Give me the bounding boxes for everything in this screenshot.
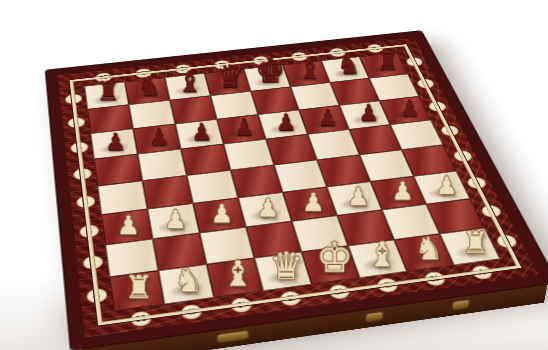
piece-cream-king-d8[interactable]: ♚ xyxy=(316,238,353,277)
piece-red-pawn-f3[interactable]: ♟ xyxy=(191,121,212,143)
coord-medallion: 1 xyxy=(64,93,82,104)
piece-red-pawn-g3[interactable]: ♟ xyxy=(148,126,169,148)
coord-medallion: 3 xyxy=(426,100,447,111)
coord-medallion: 7 xyxy=(479,204,503,218)
piece-cream-pawn-e6[interactable]: ♟ xyxy=(257,196,280,220)
square-g4[interactable] xyxy=(138,149,187,181)
piece-red-pawn-e3[interactable]: ♟ xyxy=(233,116,254,138)
square-g1[interactable]: ♞ xyxy=(125,77,170,104)
piece-cream-rook-h8[interactable]: ♜ xyxy=(124,273,153,303)
piece-red-rook-h1[interactable]: ♜ xyxy=(96,79,120,104)
square-g3[interactable]: ♟ xyxy=(133,123,181,153)
coord-medallion: 4 xyxy=(72,167,92,180)
rank-label-left-7: 7 xyxy=(76,244,110,280)
rank-label-left-2: 2 xyxy=(62,109,91,136)
coord-medallion: D xyxy=(327,283,351,300)
coord-medallion: 5 xyxy=(451,149,474,162)
brass-hinge xyxy=(453,300,469,309)
square-h6[interactable]: ♟ xyxy=(101,208,152,244)
piece-red-pawn-b3[interactable]: ♟ xyxy=(358,102,379,124)
piece-red-knight-g1[interactable]: ♞ xyxy=(137,74,161,100)
piece-cream-bishop-c8[interactable]: ♝ xyxy=(367,238,398,271)
piece-cream-pawn-d6[interactable]: ♟ xyxy=(302,191,325,215)
coord-medallion: C xyxy=(375,276,400,292)
coord-medallion: 6 xyxy=(465,176,488,189)
brass-hinge xyxy=(367,312,383,321)
rank-label-right-6: 6 xyxy=(456,167,496,198)
piece-cream-pawn-g6[interactable]: ♟ xyxy=(164,208,187,232)
piece-red-pawn-a3[interactable]: ♟ xyxy=(399,97,420,119)
piece-cream-bishop-f8[interactable]: ♝ xyxy=(222,257,253,290)
rank-label-left-5: 5 xyxy=(70,186,102,218)
square-e4[interactable] xyxy=(224,139,274,170)
rank-label-left-1: 1 xyxy=(59,86,87,112)
piece-red-knight-b1[interactable]: ♞ xyxy=(337,52,361,77)
piece-red-king-d1[interactable]: ♚ xyxy=(255,54,286,86)
piece-red-bishop-c1[interactable]: ♝ xyxy=(297,55,322,82)
coord-medallion: B xyxy=(422,270,447,286)
coord-medallion: G xyxy=(180,303,203,320)
coord-medallion: 5 xyxy=(75,194,95,208)
coord-medallion: E xyxy=(279,289,303,306)
piece-cream-pawn-c6[interactable]: ♟ xyxy=(347,185,369,209)
square-h5[interactable] xyxy=(97,180,147,214)
rank-label-left-6: 6 xyxy=(73,214,106,248)
piece-red-pawn-c3[interactable]: ♟ xyxy=(317,107,338,129)
rank-label-right-7: 7 xyxy=(470,195,512,228)
coord-medallion: A xyxy=(469,264,494,280)
chess-board-3d: HGFEDCBA1♜♞♝♛♚♝♞♜1223♟♟♟♟♟♟♟♟344556♟♟♟♟♟… xyxy=(46,31,548,349)
file-label-near-f: F xyxy=(214,290,269,318)
coord-medallion: H xyxy=(129,309,152,326)
coord-medallion: 2 xyxy=(67,116,85,128)
piece-cream-knight-g8[interactable]: ♞ xyxy=(174,265,204,296)
coord-medallion: 2 xyxy=(415,78,436,89)
square-g8[interactable]: ♞ xyxy=(158,264,214,304)
piece-cream-pawn-a6[interactable]: ♟ xyxy=(436,174,458,198)
piece-red-bishop-f1[interactable]: ♝ xyxy=(177,67,203,94)
frame-corner xyxy=(83,311,117,337)
square-a4[interactable] xyxy=(390,119,443,149)
rank-label-left-4: 4 xyxy=(67,159,98,189)
rank-label-left-8: 8 xyxy=(79,276,114,314)
piece-cream-pawn-f6[interactable]: ♟ xyxy=(211,202,234,226)
piece-red-pawn-d3[interactable]: ♟ xyxy=(275,111,296,133)
piece-cream-rook-a8[interactable]: ♜ xyxy=(462,229,490,258)
coord-medallion: 4 xyxy=(439,124,461,136)
piece-cream-queen-e8[interactable]: ♛ xyxy=(269,247,303,283)
square-f3[interactable]: ♟ xyxy=(175,119,223,149)
rank-label-left-3: 3 xyxy=(64,133,94,162)
rank-label-right-2: 2 xyxy=(408,71,443,96)
coord-medallion: 8 xyxy=(494,233,519,248)
coord-medallion: 7 xyxy=(82,254,103,270)
piece-red-queen-e1[interactable]: ♛ xyxy=(216,61,244,91)
piece-red-rook-a1[interactable]: ♜ xyxy=(376,49,399,73)
piece-cream-pawn-b6[interactable]: ♟ xyxy=(392,180,414,204)
coord-medallion: 3 xyxy=(69,141,88,154)
piece-cream-knight-b8[interactable]: ♞ xyxy=(415,234,444,264)
coord-medallion: F xyxy=(229,296,253,313)
coord-medallion: 6 xyxy=(78,224,99,239)
brass-latch xyxy=(218,330,248,341)
piece-red-pawn-h3[interactable]: ♟ xyxy=(105,131,126,154)
square-h3[interactable]: ♟ xyxy=(91,128,138,158)
coord-medallion: 1 xyxy=(404,56,424,66)
piece-cream-pawn-h6[interactable]: ♟ xyxy=(117,213,140,238)
chess-set-photo: HGFEDCBA1♜♞♝♛♚♝♞♜1223♟♟♟♟♟♟♟♟344556♟♟♟♟♟… xyxy=(0,0,548,350)
coord-medallion: 8 xyxy=(85,287,107,304)
